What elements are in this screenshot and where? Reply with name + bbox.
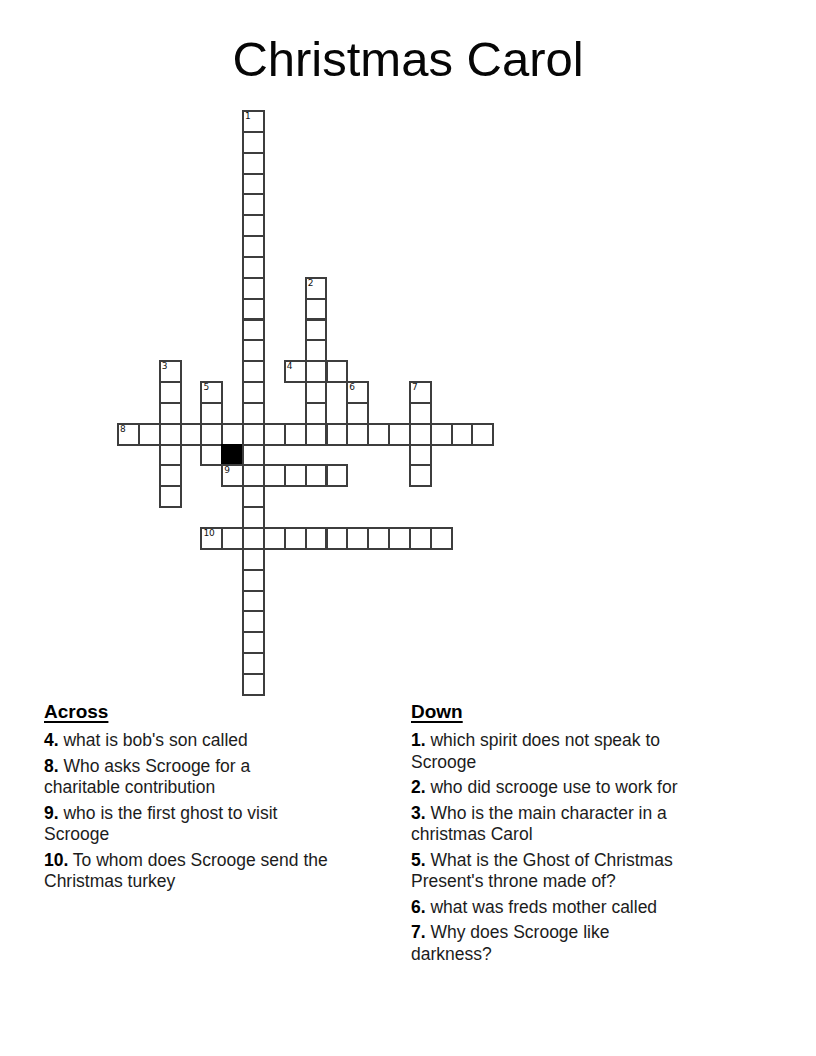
white-cell[interactable] xyxy=(242,256,265,279)
white-cell[interactable] xyxy=(242,548,265,571)
cell-clue-number: 10 xyxy=(203,529,214,538)
white-cell[interactable] xyxy=(242,506,265,529)
clue-number-label: 3. xyxy=(411,803,426,823)
white-cell[interactable] xyxy=(388,527,411,550)
across-heading: Across xyxy=(44,701,398,723)
across-clue-10: 10. To whom does Scrooge send theChristm… xyxy=(44,850,398,893)
white-cell[interactable]: 6 xyxy=(346,381,369,404)
white-cell[interactable]: 8 xyxy=(117,423,140,446)
crossword-grid: 12345678910 xyxy=(117,110,495,696)
white-cell[interactable] xyxy=(305,527,328,550)
white-cell[interactable] xyxy=(242,464,265,487)
white-cell[interactable] xyxy=(263,527,286,550)
cell-clue-number: 5 xyxy=(203,383,209,392)
white-cell[interactable] xyxy=(242,444,265,467)
white-cell[interactable] xyxy=(388,423,411,446)
white-cell[interactable] xyxy=(242,152,265,175)
white-cell[interactable] xyxy=(200,402,223,425)
white-cell[interactable] xyxy=(305,402,328,425)
down-clue-list: 1. which spirit does not speak toScrooge… xyxy=(411,730,755,965)
white-cell[interactable]: 9 xyxy=(221,464,244,487)
white-cell[interactable] xyxy=(409,527,432,550)
white-cell[interactable] xyxy=(242,402,265,425)
cell-clue-number: 3 xyxy=(162,362,168,371)
white-cell[interactable] xyxy=(200,444,223,467)
white-cell[interactable] xyxy=(326,527,349,550)
white-cell[interactable] xyxy=(430,527,453,550)
down-heading: Down xyxy=(411,701,755,723)
white-cell[interactable] xyxy=(367,423,390,446)
white-cell[interactable] xyxy=(242,173,265,196)
white-cell[interactable] xyxy=(242,277,265,300)
white-cell[interactable] xyxy=(242,339,265,362)
white-cell[interactable]: 10 xyxy=(200,527,223,550)
white-cell[interactable] xyxy=(242,360,265,383)
white-cell[interactable] xyxy=(159,485,182,508)
white-cell[interactable] xyxy=(242,423,265,446)
across-clue-4: 4. what is bob's son called xyxy=(44,730,398,752)
white-cell[interactable]: 3 xyxy=(159,360,182,383)
white-cell[interactable] xyxy=(326,464,349,487)
white-cell[interactable] xyxy=(409,423,432,446)
down-clue-2: 2. who did scrooge use to work for xyxy=(411,777,755,799)
cell-clue-number: 2 xyxy=(308,279,314,288)
cell-clue-number: 9 xyxy=(224,466,230,475)
white-cell[interactable] xyxy=(346,527,369,550)
white-cell[interactable] xyxy=(221,527,244,550)
down-clue-6: 6. what was freds mother called xyxy=(411,897,755,919)
white-cell[interactable] xyxy=(159,381,182,404)
across-clue-8: 8. Who asks Scrooge for acharitable cont… xyxy=(44,756,398,799)
white-cell[interactable] xyxy=(200,423,223,446)
cell-clue-number: 4 xyxy=(287,362,293,371)
white-cell[interactable] xyxy=(409,464,432,487)
white-cell[interactable] xyxy=(367,527,390,550)
white-cell[interactable] xyxy=(305,339,328,362)
white-cell[interactable] xyxy=(242,319,265,342)
down-clue-3: 3. Who is the main character in achristm… xyxy=(411,803,755,846)
white-cell[interactable] xyxy=(242,590,265,613)
white-cell[interactable] xyxy=(305,423,328,446)
white-cell[interactable] xyxy=(242,381,265,404)
cell-clue-number: 7 xyxy=(412,383,418,392)
white-cell[interactable]: 7 xyxy=(409,381,432,404)
white-cell[interactable] xyxy=(242,652,265,675)
white-cell[interactable] xyxy=(430,423,453,446)
cell-clue-number: 1 xyxy=(245,112,251,121)
white-cell[interactable] xyxy=(263,423,286,446)
black-cell xyxy=(221,444,244,467)
white-cell[interactable] xyxy=(305,298,328,321)
cell-clue-number: 8 xyxy=(120,425,126,434)
cell-clue-number: 6 xyxy=(349,383,355,392)
across-clues-section: Across 4. what is bob's son called8. Who… xyxy=(44,701,398,897)
white-cell[interactable] xyxy=(221,423,244,446)
white-cell[interactable] xyxy=(242,631,265,654)
across-clue-list: 4. what is bob's son called8. Who asks S… xyxy=(44,730,398,893)
white-cell[interactable]: 4 xyxy=(284,360,307,383)
white-cell[interactable] xyxy=(409,444,432,467)
down-clues-section: Down 1. which spirit does not speak toSc… xyxy=(411,701,755,969)
white-cell[interactable] xyxy=(242,214,265,237)
white-cell[interactable] xyxy=(242,485,265,508)
white-cell[interactable] xyxy=(159,444,182,467)
white-cell[interactable]: 2 xyxy=(305,277,328,300)
white-cell[interactable]: 5 xyxy=(200,381,223,404)
clue-number-label: 7. xyxy=(411,922,426,942)
clue-number-label: 4. xyxy=(44,730,59,750)
white-cell[interactable] xyxy=(409,402,432,425)
white-cell[interactable] xyxy=(242,610,265,633)
clue-number-label: 8. xyxy=(44,756,59,776)
clue-number-label: 2. xyxy=(411,777,426,797)
white-cell[interactable] xyxy=(305,319,328,342)
white-cell[interactable] xyxy=(263,464,286,487)
white-cell[interactable] xyxy=(284,423,307,446)
white-cell[interactable] xyxy=(242,673,265,696)
clue-number-label: 6. xyxy=(411,897,426,917)
white-cell[interactable] xyxy=(242,527,265,550)
white-cell[interactable] xyxy=(242,569,265,592)
white-cell[interactable] xyxy=(326,423,349,446)
white-cell[interactable] xyxy=(242,298,265,321)
clue-number-label: 9. xyxy=(44,803,59,823)
puzzle-title: Christmas Carol xyxy=(0,33,816,85)
clue-number-label: 10. xyxy=(44,850,68,870)
white-cell[interactable] xyxy=(138,423,161,446)
white-cell[interactable] xyxy=(305,360,328,383)
white-cell[interactable] xyxy=(242,193,265,216)
clue-number-label: 5. xyxy=(411,850,426,870)
white-cell[interactable] xyxy=(305,464,328,487)
white-cell[interactable]: 1 xyxy=(242,110,265,133)
clue-number-label: 1. xyxy=(411,730,426,750)
white-cell[interactable] xyxy=(159,464,182,487)
white-cell[interactable] xyxy=(451,423,474,446)
white-cell[interactable] xyxy=(180,423,203,446)
white-cell[interactable] xyxy=(284,464,307,487)
white-cell[interactable] xyxy=(159,402,182,425)
down-clue-7: 7. Why does Scrooge likedarkness? xyxy=(411,922,755,965)
white-cell[interactable] xyxy=(159,423,182,446)
white-cell[interactable] xyxy=(326,360,349,383)
across-clue-9: 9. who is the first ghost to visitScroog… xyxy=(44,803,398,846)
white-cell[interactable] xyxy=(284,527,307,550)
white-cell[interactable] xyxy=(242,131,265,154)
white-cell[interactable] xyxy=(346,423,369,446)
white-cell[interactable] xyxy=(346,402,369,425)
white-cell[interactable] xyxy=(242,235,265,258)
page: { "game": "crossword", "title": "Christm… xyxy=(0,0,816,1056)
white-cell[interactable] xyxy=(471,423,494,446)
down-clue-5: 5. What is the Ghost of ChristmasPresent… xyxy=(411,850,755,893)
white-cell[interactable] xyxy=(305,381,328,404)
down-clue-1: 1. which spirit does not speak toScrooge xyxy=(411,730,755,773)
